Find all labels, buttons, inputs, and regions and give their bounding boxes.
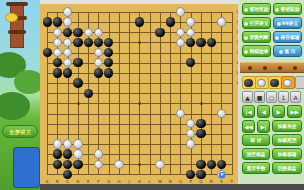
white-stone[interactable] [186,17,195,26]
control-panel: 答对奖励 答错鼓励 打开讲义 99讲义 形势判断 保存棋谱 围棋故事 退 出 ▲… [240,0,304,190]
black-stone[interactable] [84,38,93,47]
black-stone[interactable] [217,160,226,169]
white-stone[interactable] [73,139,82,148]
white-stone[interactable] [114,160,123,169]
white-stone[interactable] [63,7,72,16]
app-window: 全屏讲义 F ABCDEFGHJKLMNOPQRST17161514131211… [0,0,304,190]
triangle-marker-tool[interactable]: ▲ [242,91,253,103]
white-stone[interactable] [63,58,72,67]
white-stone[interactable] [176,7,185,16]
white-stone[interactable] [176,109,185,118]
disk-icon [275,36,279,40]
black-stone[interactable] [73,28,82,37]
black-stone[interactable] [186,170,195,179]
shelf-peg [248,66,252,70]
blue-panel[interactable] [13,147,40,188]
grid-line-horizontal [47,114,233,115]
black-stone[interactable] [53,58,62,67]
exit-button[interactable]: 退 出 [273,45,302,57]
black-stone-alt-tool[interactable] [268,76,282,89]
black-stone-tool[interactable] [242,76,256,89]
book-icon [277,22,281,26]
load-kifu-button[interactable]: 加载棋谱 [272,148,302,160]
black-stone[interactable] [63,28,72,37]
black-stone[interactable] [53,149,62,158]
position-judge-button[interactable]: 形势判断 [242,31,271,43]
black-stone[interactable] [166,17,175,26]
load-homework-button[interactable]: 加载作业 [272,120,302,132]
go-board[interactable]: F ABCDEFGHJKLMNOPQRST1716151413121110987… [40,0,240,190]
white-stone[interactable] [94,58,103,67]
black-stone[interactable] [63,149,72,158]
white-stone-tool[interactable] [255,76,269,89]
nav-first-button[interactable]: |◀ [242,105,255,118]
load-lifedeath-button[interactable]: 加载死活 [272,134,302,146]
black-stone[interactable] [155,28,164,37]
black-stone[interactable] [135,17,144,26]
letter-marker-tool[interactable]: A [290,91,301,103]
white-stone[interactable] [176,38,185,47]
black-stone[interactable] [196,119,205,128]
white-stone[interactable] [94,28,103,37]
black-stone-icon [270,79,279,88]
white-stone[interactable] [186,119,195,128]
white-stone[interactable] [53,38,62,47]
save-kifu-button[interactable]: 保存棋谱 [273,31,302,43]
white-stone[interactable] [63,48,72,57]
number-marker-tool[interactable]: 1 [278,91,289,103]
white-stone[interactable] [63,139,72,148]
black-stone[interactable] [186,58,195,67]
black-stone[interactable] [73,78,82,87]
picture-icon [244,50,248,54]
black-stone[interactable] [207,38,216,47]
lecture-99-button[interactable]: 99讲义 [273,17,302,29]
white-stone[interactable] [63,17,72,26]
white-stone[interactable] [217,109,226,118]
white-stone[interactable] [53,139,62,148]
nav-last-button[interactable]: ▶▶ [287,105,302,118]
black-stone[interactable] [196,160,205,169]
black-stone[interactable] [43,48,52,57]
grid-line-horizontal [47,53,233,54]
last-move-marker: F [219,172,225,178]
black-stone[interactable] [104,58,113,67]
white-stone[interactable] [63,38,72,47]
wooden-shelf [240,62,304,73]
white-stone[interactable] [73,149,82,158]
nav-next-button[interactable]: ▶ [272,105,285,118]
black-stone[interactable] [63,160,72,169]
white-stone-icon [257,79,266,88]
black-stone[interactable] [104,68,113,77]
white-stone[interactable] [186,139,195,148]
black-stone[interactable] [84,89,93,98]
white-stone[interactable] [53,28,62,37]
open-lecture-button[interactable]: 打开讲义 [242,17,271,29]
folder-icon [244,22,248,26]
white-stone-alt-tool-selected[interactable] [281,76,295,89]
black-stone[interactable] [73,38,82,47]
window-top-edge [40,0,240,4]
black-stone[interactable] [53,160,62,169]
grid-line-horizontal [47,73,233,74]
tree-bush [0,92,30,120]
black-stone[interactable] [196,38,205,47]
exit-icon [279,50,283,54]
black-stone[interactable] [73,58,82,67]
nav-back-10-button[interactable]: ◀◀ [242,120,255,133]
grid-line-horizontal [47,93,233,94]
white-stone[interactable] [94,149,103,158]
tower-badge [5,13,18,22]
nav-forward-10-button[interactable]: ▶| [257,120,270,133]
black-stone[interactable] [104,38,113,47]
black-stone[interactable] [207,160,216,169]
clear-board-button[interactable]: 清空棋盘 [242,148,270,160]
white-stone[interactable] [155,160,164,169]
reward-correct-button[interactable]: 答对奖励 [242,3,271,15]
tree-bush [14,70,40,94]
black-stone[interactable] [73,160,82,169]
shelf-peg [293,66,297,70]
black-stone[interactable] [104,48,113,57]
fullscreen-lecture-button[interactable]: 全屏讲义 [2,125,38,138]
pagoda-roof [8,30,26,34]
white-stone[interactable] [94,48,103,57]
black-stone[interactable] [43,17,52,26]
encourage-wrong-button[interactable]: 答错鼓励 [273,3,302,15]
sidebar-scene: 全屏讲义 [0,0,40,190]
white-stone[interactable] [53,48,62,57]
nav-prev-button[interactable]: ◀ [257,105,270,118]
white-stone[interactable] [84,28,93,37]
black-stone[interactable] [196,129,205,138]
shelf-peg [278,66,282,70]
hoshi-point [200,102,203,105]
go-story-button[interactable]: 围棋故事 [242,45,271,57]
black-stone[interactable] [196,170,205,179]
black-stone[interactable] [186,38,195,47]
hoshi-point [77,102,80,105]
circle-marker-tool[interactable]: ○ [266,91,277,103]
window-bottom-edge [40,184,304,190]
white-stone[interactable] [186,129,195,138]
black-stone-icon [244,79,253,88]
show-move-numbers-button[interactable]: 显示手数 [242,162,270,174]
black-stone[interactable] [53,68,62,77]
white-stone[interactable] [176,28,185,37]
white-stone[interactable] [217,17,226,26]
flower-icon [275,8,279,12]
grid-line-horizontal [47,12,233,13]
white-stone[interactable] [186,28,195,37]
square-marker-tool[interactable]: ■ [254,91,265,103]
black-stone[interactable] [94,38,103,47]
scale-icon [244,36,248,40]
white-stone[interactable] [94,160,103,169]
flower-icon [244,8,248,12]
black-stone[interactable] [94,68,103,77]
black-stone[interactable] [63,68,72,77]
shelf-peg [263,66,267,70]
white-stone-icon [283,79,292,88]
eraser-tool[interactable] [295,76,304,89]
pagoda-tower [10,4,24,48]
research-button[interactable]: 研 讨 [242,134,270,146]
black-stone[interactable] [63,170,72,179]
switch-board-button[interactable]: 切换棋盘 [272,162,302,174]
pagoda-roof [6,2,28,6]
black-stone[interactable] [53,17,62,26]
